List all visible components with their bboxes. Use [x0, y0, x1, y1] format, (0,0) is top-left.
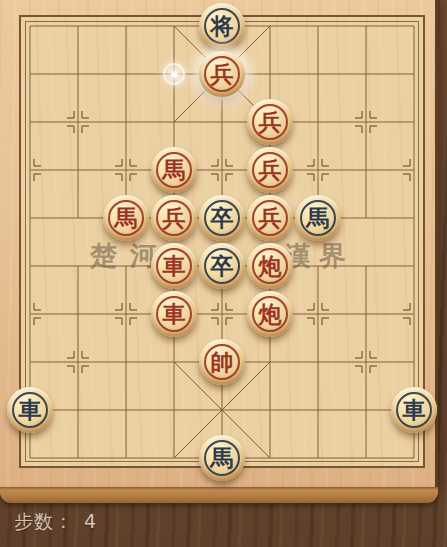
piece-glyph: 帥 — [199, 338, 245, 384]
black-chariot[interactable]: 車 — [7, 387, 53, 433]
piece-glyph: 馬 — [151, 146, 197, 192]
black-soldier[interactable]: 卒 — [199, 195, 245, 241]
piece-glyph: 兵 — [247, 194, 293, 240]
red-soldier[interactable]: 兵 — [151, 195, 197, 241]
red-general[interactable]: 帥 — [199, 339, 245, 385]
piece-glyph: 炮 — [247, 290, 293, 336]
red-chariot[interactable]: 車 — [151, 291, 197, 337]
app-background: 楚河 漢界 将兵兵馬兵馬兵卒兵馬車卒炮車炮帥車車馬 步数：4 — [0, 0, 447, 547]
piece-glyph: 卒 — [199, 242, 245, 288]
red-cannon[interactable]: 炮 — [247, 243, 293, 289]
black-chariot[interactable]: 車 — [391, 387, 437, 433]
move-origin-sparkle — [163, 63, 185, 85]
red-soldier[interactable]: 兵 — [247, 195, 293, 241]
piece-glyph: 炮 — [247, 242, 293, 288]
pieces-layer: 将兵兵馬兵馬兵卒兵馬車卒炮車炮帥車車馬 — [0, 0, 447, 547]
red-horse[interactable]: 馬 — [151, 147, 197, 193]
piece-glyph: 兵 — [151, 194, 197, 240]
red-horse[interactable]: 馬 — [103, 195, 149, 241]
black-general[interactable]: 将 — [199, 3, 245, 49]
black-soldier[interactable]: 卒 — [199, 243, 245, 289]
black-horse[interactable]: 馬 — [199, 435, 245, 481]
piece-glyph: 車 — [391, 386, 437, 432]
red-cannon[interactable]: 炮 — [247, 291, 293, 337]
red-soldier[interactable]: 兵 — [247, 147, 293, 193]
move-counter-label: 步数： — [14, 510, 74, 532]
piece-glyph: 卒 — [199, 194, 245, 240]
piece-glyph: 兵 — [199, 50, 245, 96]
piece-glyph: 馬 — [103, 194, 149, 240]
piece-glyph: 兵 — [247, 98, 293, 144]
piece-glyph: 兵 — [247, 146, 293, 192]
piece-glyph: 車 — [7, 386, 53, 432]
piece-glyph: 馬 — [199, 434, 245, 480]
move-counter: 步数：4 — [14, 509, 97, 535]
red-chariot[interactable]: 車 — [151, 243, 197, 289]
piece-glyph: 将 — [199, 2, 245, 48]
piece-glyph: 車 — [151, 290, 197, 336]
piece-glyph: 車 — [151, 242, 197, 288]
piece-glyph: 馬 — [295, 194, 341, 240]
red-soldier[interactable]: 兵 — [199, 51, 245, 97]
red-soldier[interactable]: 兵 — [247, 99, 293, 145]
move-counter-value: 4 — [84, 510, 97, 532]
black-horse[interactable]: 馬 — [295, 195, 341, 241]
